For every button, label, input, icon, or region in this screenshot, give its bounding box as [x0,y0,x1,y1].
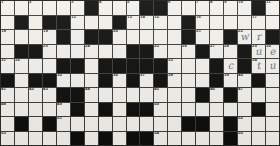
black-cell [127,132,140,146]
clue-number: 15 [154,16,159,19]
clue-number: 52 [238,117,243,120]
grid-cell[interactable] [15,132,28,146]
black-cell [210,59,223,73]
black-cell [154,1,167,15]
clue-number: 14 [140,16,145,19]
clue-number: 47 [238,88,243,91]
clue-number: 44 [85,88,90,91]
clue-number: 54 [154,132,159,135]
black-cell [238,59,251,73]
grid-cell[interactable] [127,117,140,131]
grid-cell[interactable]: 31 [1,59,14,73]
clue-number: 37 [140,74,145,77]
grid-cell[interactable] [127,30,140,44]
grid-cell[interactable]: 1 [1,1,14,15]
grid-cell[interactable] [29,103,42,117]
grid-cell[interactable] [43,59,56,73]
grid-cell[interactable]: 39 [224,74,237,88]
grid-cell[interactable] [1,117,14,131]
black-cell [196,45,209,59]
clue-number: 16 [196,16,201,19]
black-cell [57,59,70,73]
clue-number: 51 [57,117,62,120]
grid-cell[interactable]: 21 [196,30,209,44]
grid-cell[interactable]: 23 [43,45,56,59]
grid-cell[interactable] [1,45,14,59]
clue-number: 32 [15,59,20,62]
clue-number: 12 [71,16,76,19]
black-cell [71,59,84,73]
black-cell [182,30,195,44]
grid-cell[interactable] [71,117,84,131]
grid-cell[interactable] [168,45,181,59]
grid-cell[interactable]: 42 [29,88,42,102]
grid-cell[interactable] [210,103,223,117]
clue-number: 49 [57,103,62,106]
grid-cell[interactable]: u [266,59,279,73]
grid-cell[interactable] [182,59,195,73]
pen-scribble: u [252,45,265,59]
clue-number: 1 [1,1,3,4]
clue-number: 48 [1,103,6,106]
grid-cell[interactable]: 9 [224,1,237,15]
grid-cell[interactable] [99,16,112,30]
clue-number: 28 [224,45,229,48]
grid-cell[interactable] [196,59,209,73]
black-cell [43,16,56,30]
clue-number: 24 [85,45,90,48]
grid-cell[interactable] [15,74,28,88]
black-cell [57,16,70,30]
black-cell [154,59,167,73]
grid-cell[interactable]: 47 [238,88,251,102]
black-cell [182,117,195,131]
grid-cell[interactable]: 4 [99,1,112,15]
grid-cell[interactable] [168,30,181,44]
grid-cell[interactable]: 44 [85,88,98,102]
grid-cell[interactable]: 40 [238,74,251,88]
black-cell [43,117,56,131]
grid-cell[interactable] [113,1,126,15]
grid-cell[interactable] [168,103,181,117]
black-cell [140,1,153,15]
grid-cell[interactable] [266,103,279,117]
clue-number: 18 [1,30,6,33]
black-cell [127,59,140,73]
grid-cell[interactable]: 38 [168,74,181,88]
black-cell [140,132,153,146]
black-cell [99,74,112,88]
grid-cell[interactable]: 15 [154,16,167,30]
grid-cell[interactable]: 6 [168,1,181,15]
black-cell [15,117,28,131]
grid-cell[interactable] [210,16,223,30]
grid-cell[interactable] [196,74,209,88]
grid-cell[interactable] [85,117,98,131]
clue-number: 10 [238,1,243,4]
grid-cell[interactable] [29,59,42,73]
grid-cell[interactable] [196,132,209,146]
grid-cell[interactable] [140,30,153,44]
grid-cell[interactable] [210,132,223,146]
grid-cell[interactable] [29,132,42,146]
grid-cell[interactable] [210,117,223,131]
black-cell [140,59,153,73]
grid-cell[interactable]: 16 [196,16,209,30]
clue-number: 33 [168,59,173,62]
clue-number: 50 [154,103,159,106]
grid-cell[interactable] [168,117,181,131]
grid-cell[interactable]: 19 [43,30,56,44]
grid-cell[interactable] [182,103,195,117]
grid-cell[interactable] [15,30,28,44]
clue-number: 55 [238,132,243,135]
grid-cell[interactable]: 18 [1,30,14,44]
grid-cell[interactable]: 46 [210,88,223,102]
black-cell [252,1,265,15]
grid-cell[interactable]: 12 [71,16,84,30]
clue-number: 3 [71,1,73,4]
black-cell [99,59,112,73]
grid-cell[interactable]: 52 [238,117,251,131]
crossword-screenshot: 12345678910111213141516171819202122wr232… [0,0,280,146]
clue-number: 35 [57,74,62,77]
grid-cell[interactable]: 14 [140,16,153,30]
grid-cell[interactable] [43,103,56,117]
crossword-board: 12345678910111213141516171819202122wr232… [0,0,280,146]
grid-cell[interactable]: 24 [85,45,98,59]
clue-number: 31 [1,59,6,62]
black-cell [266,30,279,44]
grid-cell[interactable]: 22w [238,30,251,44]
grid-cell[interactable]: 34t [252,59,265,73]
clue-number: 8 [210,1,212,4]
clue-number: 42 [29,88,34,91]
grid-cell[interactable]: 11 [266,1,279,15]
grid-cell[interactable] [71,45,84,59]
grid-cell[interactable]: 55 [238,132,251,146]
grid-cell[interactable]: 33 [168,59,181,73]
grid-cell[interactable] [113,103,126,117]
grid-cell[interactable]: 32 [15,59,28,73]
grid-cell[interactable]: 45 [154,88,167,102]
grid-cell[interactable] [15,103,28,117]
clue-number: 20 [113,30,118,33]
grid-cell[interactable] [99,88,112,102]
grid-cell[interactable] [127,88,140,102]
black-cell [29,74,42,88]
grid-cell[interactable] [154,30,167,44]
black-cell [99,103,112,117]
grid-cell[interactable]: 7 [196,1,209,15]
grid-cell[interactable] [154,117,167,131]
clue-number: 41 [1,88,6,91]
clue-number: 45 [154,88,159,91]
grid-cell[interactable] [29,117,42,131]
grid-cell[interactable] [210,30,223,44]
black-cell [99,30,112,44]
grid-cell[interactable]: 37 [140,74,153,88]
grid-cell[interactable] [224,103,237,117]
black-cell [127,45,140,59]
grid-cell[interactable] [224,16,237,30]
grid-cell[interactable]: 26 [182,45,195,59]
grid-cell[interactable]: 48 [1,103,14,117]
grid-cell[interactable] [113,117,126,131]
clue-number: 11 [266,1,271,4]
grid-cell[interactable] [85,16,98,30]
black-cell [85,30,98,44]
black-cell [43,74,56,88]
grid-cell[interactable]: r [252,30,265,44]
grid-cell[interactable] [57,45,70,59]
grid-cell[interactable] [182,74,195,88]
clue-number: 36 [113,74,118,77]
black-cell [252,74,265,88]
clue-number: 5 [127,1,129,4]
grid-cell[interactable] [182,132,195,146]
grid-cell[interactable]: 28 [224,45,237,59]
black-cell [252,103,265,117]
grid-cell[interactable]: 2 [29,1,42,15]
grid-cell[interactable] [57,132,70,146]
grid-cell[interactable] [238,16,251,30]
grid-cell[interactable] [168,88,181,102]
clue-number: 26 [182,45,187,48]
grid-cell[interactable] [182,88,195,102]
grid-cell[interactable] [252,117,265,131]
grid-cell[interactable] [182,1,195,15]
grid-cell[interactable]: 27 [210,45,223,59]
grid-cell[interactable] [85,59,98,73]
black-cell [57,88,70,102]
grid-cell[interactable] [15,1,28,15]
grid-cell[interactable] [266,88,279,102]
grid-cell[interactable] [113,132,126,146]
black-cell [113,59,126,73]
clue-number: 27 [210,45,215,48]
clue-number: 43 [43,88,48,91]
grid-cell[interactable]: 3 [71,1,84,15]
grid-cell[interactable]: 8 [210,1,223,15]
grid-cell[interactable]: 30e [266,45,279,59]
black-cell [15,45,28,59]
pen-scribble: r [252,30,265,44]
black-cell [1,74,14,88]
black-cell [140,45,153,59]
clue-number: 53 [1,132,6,135]
clue-number: 23 [43,45,48,48]
grid-cell[interactable]: 13 [127,16,140,30]
black-cell [127,74,140,88]
black-cell [224,88,237,102]
pen-scribble: c [224,59,237,73]
clue-number: 4 [99,1,101,4]
black-cell [85,1,98,15]
black-cell [210,74,223,88]
pen-scribble: w [238,30,251,44]
grid-cell[interactable] [266,117,279,131]
clue-number: 2 [29,1,31,4]
grid-cell[interactable] [196,103,209,117]
grid-cell[interactable] [168,16,181,30]
black-cell [196,117,209,131]
grid-cell[interactable] [71,74,84,88]
grid-cell[interactable] [266,16,279,30]
clue-number: 6 [168,1,170,4]
clue-number: 17 [252,16,257,19]
grid-cell[interactable] [85,103,98,117]
clue-number: 40 [238,74,243,77]
grid-cell[interactable] [266,74,279,88]
grid-cell[interactable]: 54 [154,132,167,146]
black-cell [71,88,84,102]
grid-cell[interactable] [99,45,112,59]
grid-cell[interactable] [43,1,56,15]
grid-cell[interactable] [85,74,98,88]
grid-cell[interactable]: 29u [252,45,265,59]
clue-number: 19 [43,30,48,33]
pen-scribble: t [252,59,265,73]
grid-cell[interactable]: 35 [57,74,70,88]
grid-cell[interactable] [252,132,265,146]
grid-cell[interactable] [140,88,153,102]
black-cell [224,117,237,131]
grid-cell[interactable]: 5 [127,1,140,15]
black-cell [71,103,84,117]
pen-scribble: u [266,59,279,73]
grid-cell[interactable] [85,132,98,146]
grid-cell[interactable] [168,132,181,146]
clue-number: 39 [224,74,229,77]
grid-cell[interactable] [252,88,265,102]
black-cell [140,103,153,117]
clue-number: 13 [127,16,132,19]
black-cell [57,30,70,44]
grid-cell[interactable] [71,30,84,44]
grid-cell[interactable] [15,88,28,102]
clue-number: 46 [210,88,215,91]
black-cell [29,45,42,59]
black-cell [15,16,28,30]
black-cell [113,16,126,30]
black-cell [154,74,167,88]
clue-number: 38 [168,74,173,77]
grid-cell[interactable]: 49 [57,103,70,117]
black-cell [224,30,237,44]
grid-cell[interactable] [113,45,126,59]
grid-cell[interactable] [140,117,153,131]
grid-cell[interactable]: 17 [252,16,265,30]
grid-cell[interactable]: 43 [43,88,56,102]
grid-cell[interactable] [29,30,42,44]
grid-cell[interactable]: 10 [238,1,251,15]
grid-cell[interactable]: c [224,59,237,73]
grid-cell[interactable]: 25 [154,45,167,59]
black-cell [182,16,195,30]
grid-cell[interactable] [113,88,126,102]
black-cell [224,132,237,146]
clue-number: 25 [154,45,159,48]
grid-cell[interactable] [266,132,279,146]
grid-cell[interactable]: 20 [113,30,126,44]
clue-number: 9 [224,1,226,4]
pen-scribble: e [266,45,279,59]
black-cell [127,103,140,117]
black-cell [196,88,209,102]
grid-cell[interactable] [99,117,112,131]
grid-cell[interactable]: 51 [57,117,70,131]
grid-cell[interactable]: 36 [113,74,126,88]
clue-number: 7 [196,1,198,4]
grid-cell[interactable] [29,16,42,30]
black-cell [238,45,251,59]
grid-cell[interactable] [238,103,251,117]
grid-cell[interactable]: 41 [1,88,14,102]
black-cell [99,132,112,146]
grid-cell[interactable] [43,132,56,146]
clue-number: 21 [196,30,201,33]
grid-cell[interactable]: 53 [1,132,14,146]
grid-cell[interactable]: 50 [154,103,167,117]
grid-cell[interactable] [1,16,14,30]
grid-cell[interactable] [57,1,70,15]
black-cell [71,132,84,146]
